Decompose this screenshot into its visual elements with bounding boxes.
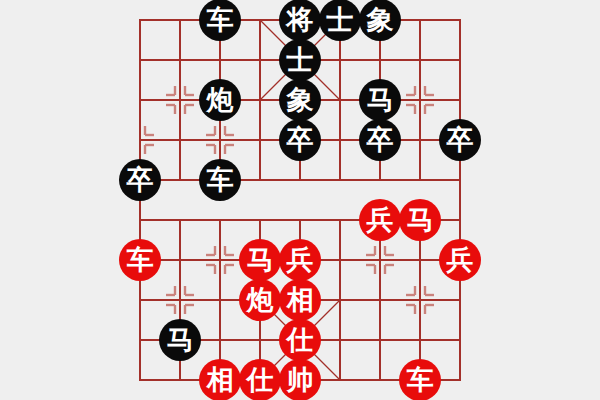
piece-black-elephant[interactable]: 象 [279, 79, 321, 121]
piece-black-soldier[interactable]: 卒 [279, 119, 321, 161]
piece-black-chariot[interactable]: 车 [199, 159, 241, 201]
piece-red-soldier[interactable]: 兵 [359, 199, 401, 241]
piece-black-horse[interactable]: 马 [159, 319, 201, 361]
piece-red-soldier[interactable]: 兵 [439, 239, 481, 281]
piece-black-general[interactable]: 将 [279, 0, 321, 41]
piece-black-advisor[interactable]: 士 [319, 0, 361, 41]
piece-red-chariot[interactable]: 车 [119, 239, 161, 281]
piece-black-horse[interactable]: 马 [359, 79, 401, 121]
piece-red-general[interactable]: 帅 [279, 359, 321, 400]
piece-red-horse[interactable]: 马 [399, 199, 441, 241]
xiangqi-board: 车将士象士炮象马卒卒卒卒车马兵马车马兵兵炮相仕相仕帅车 [0, 0, 600, 400]
piece-red-chariot[interactable]: 车 [399, 359, 441, 400]
piece-red-advisor[interactable]: 仕 [239, 359, 281, 400]
piece-red-elephant[interactable]: 相 [279, 279, 321, 321]
pieces-layer: 车将士象士炮象马卒卒卒卒车马兵马车马兵兵炮相仕相仕帅车 [0, 0, 600, 400]
piece-black-cannon[interactable]: 炮 [199, 79, 241, 121]
piece-black-soldier[interactable]: 卒 [439, 119, 481, 161]
piece-red-cannon[interactable]: 炮 [239, 279, 281, 321]
piece-black-soldier[interactable]: 卒 [119, 159, 161, 201]
piece-red-horse[interactable]: 马 [239, 239, 281, 281]
piece-black-advisor[interactable]: 士 [279, 39, 321, 81]
piece-black-chariot[interactable]: 车 [199, 0, 241, 41]
piece-red-soldier[interactable]: 兵 [279, 239, 321, 281]
piece-red-elephant[interactable]: 相 [199, 359, 241, 400]
piece-black-elephant[interactable]: 象 [359, 0, 401, 41]
piece-red-advisor[interactable]: 仕 [279, 319, 321, 361]
piece-black-soldier[interactable]: 卒 [359, 119, 401, 161]
